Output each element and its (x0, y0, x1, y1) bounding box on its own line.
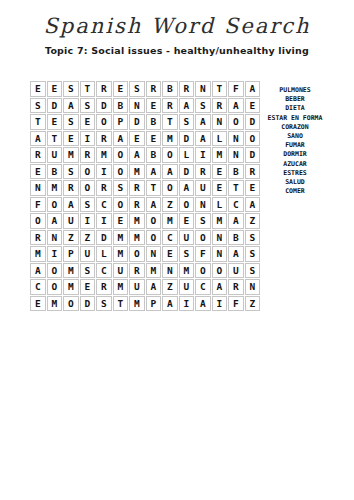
grid-cell-r3c1[interactable]: T (30, 114, 46, 130)
grid-cell-r9c13[interactable]: A (228, 213, 244, 229)
grid-cell-r2c10[interactable]: A (179, 98, 195, 114)
grid-cell-r10c11[interactable]: O (195, 230, 211, 246)
grid-cell-r9c1[interactable]: O (30, 213, 46, 229)
grid-cell-r10c2[interactable]: N (47, 230, 63, 246)
word-list-item: FUMAR (285, 141, 305, 150)
grid-cell-r1c13[interactable]: F (228, 81, 244, 97)
grid-cell-r5c5[interactable]: M (96, 147, 112, 163)
grid-cell-r13c1[interactable]: C (30, 279, 46, 295)
grid-cell-r11c5[interactable]: L (96, 246, 112, 262)
grid-cell-r1c7[interactable]: S (129, 81, 145, 97)
grid-cell-r12c13[interactable]: U (228, 263, 244, 279)
grid-cell-r4c3[interactable]: E (63, 131, 79, 147)
word-list-item: BEBER (285, 95, 305, 104)
grid-cell-r5c4[interactable]: R (80, 147, 96, 163)
grid-cell-r12c11[interactable]: O (195, 263, 211, 279)
grid-cell-r4c12[interactable]: L (212, 131, 228, 147)
grid-cell-r14c7[interactable]: M (129, 296, 145, 312)
word-list-item: AZUCAR (283, 160, 306, 169)
grid-cell-r3c10[interactable]: S (179, 114, 195, 130)
grid-cell-r9c14[interactable]: Z (245, 213, 261, 229)
grid-cell-r9c12[interactable]: M (212, 213, 228, 229)
grid-cell-r9c6[interactable]: E (113, 213, 129, 229)
grid-cell-r10c13[interactable]: B (228, 230, 244, 246)
grid-cell-r3c14[interactable]: D (245, 114, 261, 130)
word-list-item: ESTAR EN FORMA (268, 114, 323, 123)
grid-cell-r2c8[interactable]: E (146, 98, 162, 114)
grid-cell-r7c8[interactable]: T (146, 180, 162, 196)
grid-cell-r7c12[interactable]: E (212, 180, 228, 196)
grid-cell-r14c5[interactable]: S (96, 296, 112, 312)
grid-cell-r2c4[interactable]: S (80, 98, 96, 114)
grid-cell-r6c9[interactable]: A (162, 164, 178, 180)
grid-cell-r8c11[interactable]: N (195, 197, 211, 213)
grid-cell-r3c5[interactable]: O (96, 114, 112, 130)
grid-cell-r10c14[interactable]: S (245, 230, 261, 246)
grid-cell-r5c3[interactable]: M (63, 147, 79, 163)
grid-cell-r13c8[interactable]: A (146, 279, 162, 295)
grid-cell-r5c10[interactable]: L (179, 147, 195, 163)
grid-cell-r1c1[interactable]: E (30, 81, 46, 97)
grid-cell-r2c1[interactable]: S (30, 98, 46, 114)
grid-cell-r9c2[interactable]: A (47, 213, 63, 229)
grid-cell-r4c1[interactable]: A (30, 131, 46, 147)
grid-cell-r11c8[interactable]: N (146, 246, 162, 262)
grid-cell-r4c9[interactable]: M (162, 131, 178, 147)
grid-cell-r8c8[interactable]: A (146, 197, 162, 213)
grid-cell-r4c4[interactable]: I (80, 131, 96, 147)
grid-cell-r8c1[interactable]: F (30, 197, 46, 213)
grid-cell-r12c5[interactable]: C (96, 263, 112, 279)
grid-cell-r1c11[interactable]: N (195, 81, 211, 97)
grid-cell-r1c6[interactable]: E (113, 81, 129, 97)
grid-cell-r10c5[interactable]: D (96, 230, 112, 246)
grid-cell-r14c9[interactable]: A (162, 296, 178, 312)
grid-cell-r6c4[interactable]: O (80, 164, 96, 180)
word-list-item: SANO (287, 132, 303, 141)
word-list-item: DORMIR (283, 150, 306, 159)
grid-cell-r9c5[interactable]: I (96, 213, 112, 229)
grid-cell-r12c10[interactable]: M (179, 263, 195, 279)
grid-cell-r3c3[interactable]: S (63, 114, 79, 130)
grid-cell-r4c13[interactable]: N (228, 131, 244, 147)
grid-cell-r12c3[interactable]: M (63, 263, 79, 279)
grid-cell-r13c3[interactable]: M (63, 279, 79, 295)
grid-cell-r10c6[interactable]: M (113, 230, 129, 246)
grid-cell-r5c14[interactable]: D (245, 147, 261, 163)
word-list: PULMONESBEBERDIETAESTAR EN FORMACORAZONS… (263, 81, 327, 196)
grid-cell-r13c12[interactable]: A (212, 279, 228, 295)
grid-cell-r14c8[interactable]: P (146, 296, 162, 312)
grid-cell-r8c4[interactable]: S (80, 197, 96, 213)
grid-cell-r7c10[interactable]: A (179, 180, 195, 196)
grid-cell-r3c13[interactable]: O (228, 114, 244, 130)
grid-cell-r12c7[interactable]: R (129, 263, 145, 279)
grid-cell-r4c11[interactable]: A (195, 131, 211, 147)
grid-cell-r4c6[interactable]: A (113, 131, 129, 147)
grid-cell-r13c14[interactable]: N (245, 279, 261, 295)
word-search-grid: EESTRESRBRNTFASDASDBNERASRAETESEOPDBTSAN… (30, 81, 260, 311)
grid-cell-r13c5[interactable]: R (96, 279, 112, 295)
grid-cell-r3c11[interactable]: A (195, 114, 211, 130)
grid-cell-r6c10[interactable]: D (179, 164, 195, 180)
grid-cell-r14c2[interactable]: M (47, 296, 63, 312)
grid-cell-r1c2[interactable]: E (47, 81, 63, 97)
grid-cell-r9c3[interactable]: U (63, 213, 79, 229)
grid-cell-r11c14[interactable]: S (245, 246, 261, 262)
grid-cell-r1c5[interactable]: R (96, 81, 112, 97)
grid-cell-r6c6[interactable]: O (113, 164, 129, 180)
grid-cell-r1c14[interactable]: A (245, 81, 261, 97)
grid-cell-r10c1[interactable]: R (30, 230, 46, 246)
grid-cell-r6c12[interactable]: E (212, 164, 228, 180)
grid-cell-r9c10[interactable]: E (179, 213, 195, 229)
grid-cell-r7c3[interactable]: R (63, 180, 79, 196)
grid-cell-r6c7[interactable]: M (129, 164, 145, 180)
grid-cell-r12c14[interactable]: S (245, 263, 261, 279)
grid-cell-r8c5[interactable]: C (96, 197, 112, 213)
grid-cell-r14c3[interactable]: O (63, 296, 79, 312)
grid-cell-r8c9[interactable]: Z (162, 197, 178, 213)
grid-cell-r13c13[interactable]: R (228, 279, 244, 295)
grid-cell-r11c13[interactable]: A (228, 246, 244, 262)
grid-cell-r10c4[interactable]: Z (80, 230, 96, 246)
grid-cell-r6c11[interactable]: R (195, 164, 211, 180)
grid-cell-r8c10[interactable]: O (179, 197, 195, 213)
grid-cell-r11c6[interactable]: M (113, 246, 129, 262)
grid-cell-r1c8[interactable]: R (146, 81, 162, 97)
grid-cell-r12c4[interactable]: S (80, 263, 96, 279)
word-list-item: PULMONES (279, 86, 310, 95)
grid-cell-r8c14[interactable]: A (245, 197, 261, 213)
grid-cell-r12c8[interactable]: M (146, 263, 162, 279)
grid-cell-r12c12[interactable]: O (212, 263, 228, 279)
grid-cell-r9c4[interactable]: I (80, 213, 96, 229)
grid-cell-r2c12[interactable]: R (212, 98, 228, 114)
grid-cell-r4c10[interactable]: D (179, 131, 195, 147)
word-list-item: DIETA (285, 104, 305, 113)
grid-cell-r14c6[interactable]: T (113, 296, 129, 312)
grid-cell-r2c11[interactable]: S (195, 98, 211, 114)
grid-cell-r1c10[interactable]: R (179, 81, 195, 97)
grid-cell-r2c14[interactable]: E (245, 98, 261, 114)
grid-cell-r10c3[interactable]: Z (63, 230, 79, 246)
grid-cell-r3c9[interactable]: T (162, 114, 178, 130)
grid-cell-r3c6[interactable]: P (113, 114, 129, 130)
grid-cell-r7c13[interactable]: T (228, 180, 244, 196)
grid-cell-r14c11[interactable]: A (195, 296, 211, 312)
grid-cell-r11c11[interactable]: F (195, 246, 211, 262)
grid-cell-r2c3[interactable]: A (63, 98, 79, 114)
grid-cell-r13c11[interactable]: C (195, 279, 211, 295)
grid-cell-r8c6[interactable]: O (113, 197, 129, 213)
grid-cell-r10c9[interactable]: C (162, 230, 178, 246)
grid-cell-r7c6[interactable]: S (113, 180, 129, 196)
grid-cell-r12c9[interactable]: N (162, 263, 178, 279)
grid-cell-r8c2[interactable]: O (47, 197, 63, 213)
worksheet-page: Spanish Word Search Topic 7: Social issu… (0, 0, 354, 500)
grid-cell-r4c2[interactable]: T (47, 131, 63, 147)
grid-cell-r14c12[interactable]: I (212, 296, 228, 312)
grid-cell-r5c9[interactable]: O (162, 147, 178, 163)
grid-cell-r14c1[interactable]: E (30, 296, 46, 312)
grid-cell-r8c13[interactable]: C (228, 197, 244, 213)
grid-cell-r2c6[interactable]: B (113, 98, 129, 114)
grid-cell-r4c8[interactable]: E (146, 131, 162, 147)
grid-cell-r11c7[interactable]: O (129, 246, 145, 262)
grid-cell-r7c7[interactable]: R (129, 180, 145, 196)
grid-cell-r7c14[interactable]: E (245, 180, 261, 196)
word-list-item: SALUD (285, 178, 305, 187)
grid-cell-r11c2[interactable]: I (47, 246, 63, 262)
word-list-item: COMER (285, 187, 305, 196)
grid-cell-r3c2[interactable]: E (47, 114, 63, 130)
grid-cell-r8c7[interactable]: R (129, 197, 145, 213)
grid-cell-r13c9[interactable]: Z (162, 279, 178, 295)
grid-cell-r11c3[interactable]: P (63, 246, 79, 262)
grid-cell-r10c10[interactable]: U (179, 230, 195, 246)
grid-cell-r12c1[interactable]: A (30, 263, 46, 279)
grid-cell-r14c14[interactable]: Z (245, 296, 261, 312)
grid-cell-r12c2[interactable]: O (47, 263, 63, 279)
word-list-item: CORAZON (281, 123, 308, 132)
grid-cell-r7c9[interactable]: O (162, 180, 178, 196)
grid-cell-r11c1[interactable]: M (30, 246, 46, 262)
grid-cell-r10c7[interactable]: M (129, 230, 145, 246)
grid-cell-r14c13[interactable]: F (228, 296, 244, 312)
grid-cell-r13c4[interactable]: E (80, 279, 96, 295)
word-list-item: ESTRES (283, 169, 306, 178)
grid-cell-r3c12[interactable]: N (212, 114, 228, 130)
grid-cell-r9c9[interactable]: M (162, 213, 178, 229)
grid-cell-r12c6[interactable]: U (113, 263, 129, 279)
puzzle-area: EESTRESRBRNTFASDASDBNERASRAETESEOPDBTSAN… (0, 81, 354, 311)
grid-cell-r2c5[interactable]: D (96, 98, 112, 114)
grid-cell-r1c9[interactable]: B (162, 81, 178, 97)
grid-cell-r2c7[interactable]: N (129, 98, 145, 114)
grid-cell-r6c1[interactable]: E (30, 164, 46, 180)
grid-cell-r11c9[interactable]: E (162, 246, 178, 262)
grid-cell-r1c4[interactable]: T (80, 81, 96, 97)
grid-cell-r11c10[interactable]: S (179, 246, 195, 262)
grid-cell-r7c1[interactable]: N (30, 180, 46, 196)
grid-cell-r5c2[interactable]: U (47, 147, 63, 163)
grid-cell-r5c1[interactable]: R (30, 147, 46, 163)
grid-cell-r2c9[interactable]: R (162, 98, 178, 114)
grid-cell-r11c12[interactable]: N (212, 246, 228, 262)
grid-cell-r6c2[interactable]: B (47, 164, 63, 180)
grid-cell-r5c12[interactable]: M (212, 147, 228, 163)
grid-cell-r5c6[interactable]: O (113, 147, 129, 163)
grid-cell-r10c12[interactable]: N (212, 230, 228, 246)
grid-cell-r4c14[interactable]: O (245, 131, 261, 147)
grid-cell-r7c5[interactable]: R (96, 180, 112, 196)
grid-cell-r6c3[interactable]: S (63, 164, 79, 180)
grid-cell-r8c12[interactable]: L (212, 197, 228, 213)
grid-cell-r5c13[interactable]: N (228, 147, 244, 163)
grid-cell-r14c4[interactable]: D (80, 296, 96, 312)
grid-cell-r2c13[interactable]: A (228, 98, 244, 114)
grid-cell-r2c2[interactable]: D (47, 98, 63, 114)
grid-cell-r5c11[interactable]: I (195, 147, 211, 163)
grid-cell-r13c2[interactable]: O (47, 279, 63, 295)
grid-cell-r9c8[interactable]: O (146, 213, 162, 229)
grid-cell-r3c7[interactable]: D (129, 114, 145, 130)
grid-cell-r3c4[interactable]: E (80, 114, 96, 130)
grid-cell-r5c8[interactable]: B (146, 147, 162, 163)
grid-cell-r14c10[interactable]: I (179, 296, 195, 312)
grid-cell-r10c8[interactable]: O (146, 230, 162, 246)
grid-cell-r1c3[interactable]: S (63, 81, 79, 97)
page-title: Spanish Word Search (0, 14, 354, 38)
grid-cell-r3c8[interactable]: B (146, 114, 162, 130)
grid-cell-r13c10[interactable]: U (179, 279, 195, 295)
grid-cell-r13c6[interactable]: M (113, 279, 129, 295)
grid-cell-r7c2[interactable]: M (47, 180, 63, 196)
grid-cell-r8c3[interactable]: A (63, 197, 79, 213)
grid-cell-r7c4[interactable]: O (80, 180, 96, 196)
grid-cell-r6c8[interactable]: A (146, 164, 162, 180)
grid-cell-r6c14[interactable]: R (245, 164, 261, 180)
grid-cell-r13c7[interactable]: U (129, 279, 145, 295)
grid-cell-r11c4[interactable]: U (80, 246, 96, 262)
grid-cell-r9c11[interactable]: S (195, 213, 211, 229)
grid-cell-r4c7[interactable]: E (129, 131, 145, 147)
grid-cell-r6c5[interactable]: I (96, 164, 112, 180)
grid-cell-r4c5[interactable]: R (96, 131, 112, 147)
grid-cell-r1c12[interactable]: T (212, 81, 228, 97)
grid-cell-r9c7[interactable]: M (129, 213, 145, 229)
grid-cell-r7c11[interactable]: U (195, 180, 211, 196)
page-subtitle: Topic 7: Social issues - healthy/unhealt… (0, 45, 354, 56)
grid-cell-r6c13[interactable]: B (228, 164, 244, 180)
grid-cell-r5c7[interactable]: A (129, 147, 145, 163)
